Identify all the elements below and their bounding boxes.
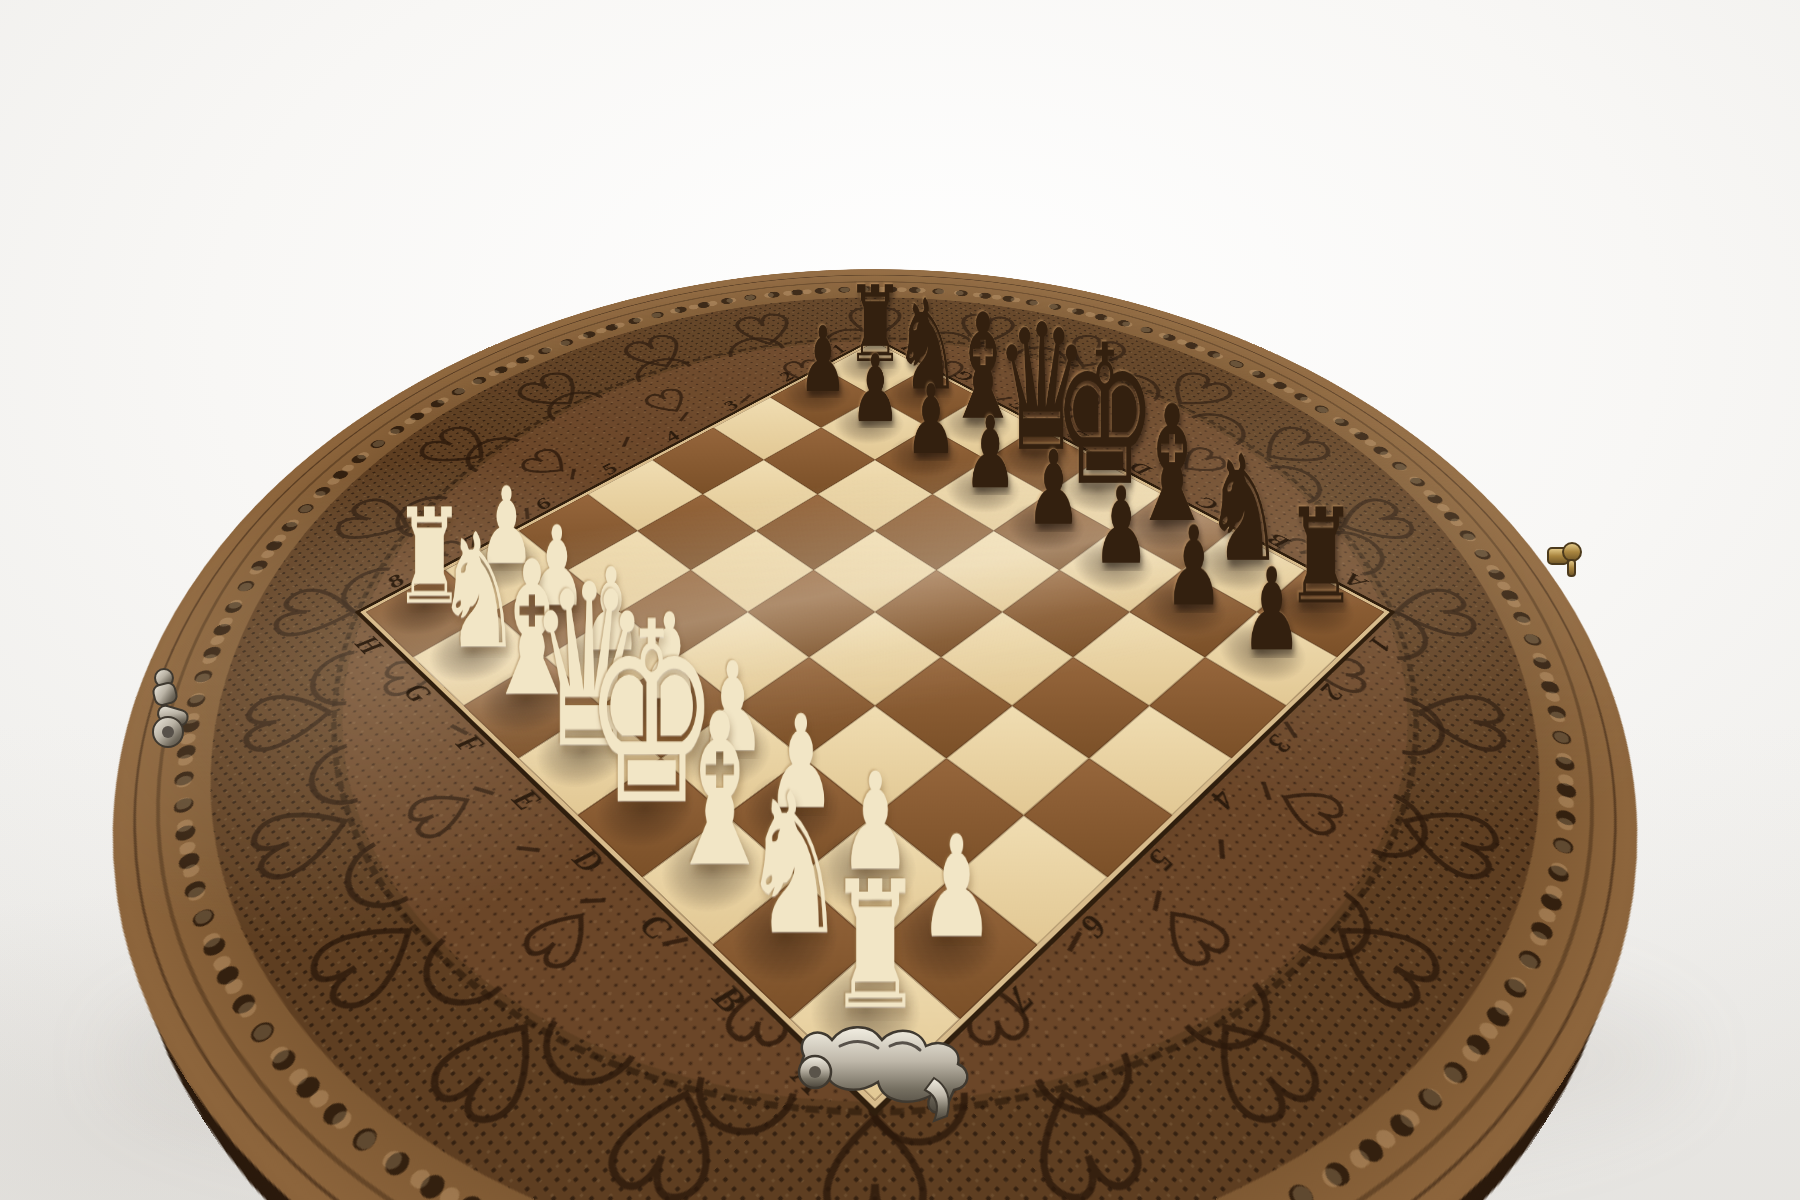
studio-photo-background: HGFEDCBAHGFEDCBA1234567812345678 ♜♞♝♛♚♝♞…: [0, 0, 1800, 1200]
right-clasp-icon: [1544, 530, 1592, 586]
left-clasp-icon: [138, 662, 212, 758]
front-clasp-icon: [782, 1012, 982, 1124]
